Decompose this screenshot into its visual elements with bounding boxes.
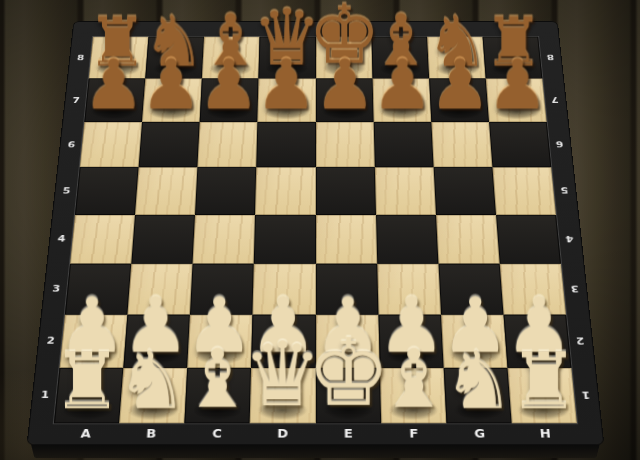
white-queen[interactable]: ♛ <box>243 333 323 418</box>
board-grid: ♜♞♝♛♚♝♞♜♟♟♟♟♟♟♟♟♟♟♟♟♟♟♟♟♜♞♝♛♚♝♞♜ <box>54 37 577 424</box>
file-labels-bottom: ABCDEFGH <box>52 423 579 444</box>
square-a4[interactable] <box>70 215 135 264</box>
black-pawn[interactable]: ♟ <box>429 52 491 118</box>
square-g6[interactable] <box>431 122 492 167</box>
black-pawn[interactable]: ♟ <box>198 52 260 118</box>
black-pawn[interactable]: ♟ <box>313 52 375 118</box>
white-bishop[interactable]: ♝ <box>181 340 254 417</box>
square-b7[interactable]: ♟ <box>142 79 202 123</box>
square-d7[interactable]: ♟ <box>258 79 316 123</box>
white-bishop[interactable]: ♝ <box>377 340 450 417</box>
square-d6[interactable] <box>257 122 316 167</box>
board-scene: ♜♞♝♛♚♝♞♜♟♟♟♟♟♟♟♟♟♟♟♟♟♟♟♟♜♞♝♛♚♝♞♜ 8765432… <box>0 0 640 460</box>
square-b1[interactable]: ♞ <box>119 368 187 424</box>
rank-label-5: 5 <box>551 167 578 214</box>
square-g4[interactable] <box>436 215 500 264</box>
square-f7[interactable]: ♟ <box>372 79 431 123</box>
black-pawn[interactable]: ♟ <box>256 52 318 118</box>
rank-label-6: 6 <box>58 122 84 167</box>
square-d4[interactable] <box>254 215 315 264</box>
file-label-d: D <box>250 423 316 444</box>
square-a6[interactable] <box>80 122 142 167</box>
file-label-b: B <box>118 423 185 444</box>
square-c7[interactable]: ♟ <box>200 79 259 123</box>
square-a1[interactable]: ♜ <box>54 368 124 424</box>
square-c4[interactable] <box>193 215 256 264</box>
square-h1[interactable]: ♜ <box>507 368 577 424</box>
square-b4[interactable] <box>131 215 195 264</box>
chess-app-screen: ♜♞♝♛♚♝♞♜♟♟♟♟♟♟♟♟♟♟♟♟♟♟♟♟♜♞♝♛♚♝♞♜ 8765432… <box>0 0 640 460</box>
square-b5[interactable] <box>135 167 198 214</box>
square-h5[interactable] <box>492 167 556 214</box>
square-c6[interactable] <box>198 122 258 167</box>
chessboard: ♜♞♝♛♚♝♞♜♟♟♟♟♟♟♟♟♟♟♟♟♟♟♟♟♜♞♝♛♚♝♞♜ 8765432… <box>28 22 604 444</box>
file-label-a: A <box>52 423 119 444</box>
square-b6[interactable] <box>139 122 200 167</box>
black-pawn[interactable]: ♟ <box>83 52 145 118</box>
file-label-c: C <box>184 423 250 444</box>
white-rook[interactable]: ♜ <box>52 343 122 417</box>
square-h6[interactable] <box>489 122 551 167</box>
white-rook[interactable]: ♜ <box>509 343 579 417</box>
file-label-g: G <box>446 423 513 444</box>
white-knight[interactable]: ♞ <box>443 341 515 417</box>
square-f6[interactable] <box>373 122 433 167</box>
square-g5[interactable] <box>433 167 495 214</box>
square-h7[interactable]: ♟ <box>486 79 547 123</box>
rank-label-8: 8 <box>538 37 563 79</box>
white-knight[interactable]: ♞ <box>116 341 188 417</box>
square-e1[interactable]: ♚ <box>315 368 380 424</box>
square-f5[interactable] <box>374 167 435 214</box>
black-pawn[interactable]: ♟ <box>486 52 548 118</box>
square-d1[interactable]: ♛ <box>250 368 315 424</box>
square-e7[interactable]: ♟ <box>316 79 374 123</box>
rank-label-7: 7 <box>542 79 568 123</box>
file-label-h: H <box>512 423 579 444</box>
rank-label-6: 6 <box>547 122 573 167</box>
square-e4[interactable] <box>315 215 376 264</box>
file-label-e: E <box>315 423 381 444</box>
square-c1[interactable]: ♝ <box>185 368 252 424</box>
square-a5[interactable] <box>75 167 139 214</box>
square-g1[interactable]: ♞ <box>443 368 511 424</box>
square-d5[interactable] <box>255 167 315 214</box>
square-e5[interactable] <box>316 167 376 214</box>
rank-label-4: 4 <box>556 215 583 264</box>
square-e6[interactable] <box>316 122 375 167</box>
file-label-f: F <box>381 423 447 444</box>
black-pawn[interactable]: ♟ <box>371 52 433 118</box>
square-f4[interactable] <box>376 215 439 264</box>
square-a7[interactable]: ♟ <box>84 79 145 123</box>
square-c5[interactable] <box>195 167 256 214</box>
square-g7[interactable]: ♟ <box>429 79 489 123</box>
board-edge <box>31 444 600 458</box>
square-f1[interactable]: ♝ <box>379 368 446 424</box>
black-pawn[interactable]: ♟ <box>140 52 202 118</box>
square-h4[interactable] <box>496 215 561 264</box>
